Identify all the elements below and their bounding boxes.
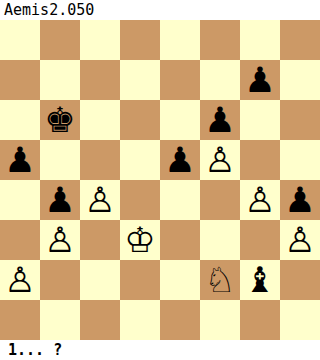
square-b5[interactable]	[40, 140, 80, 180]
square-a2[interactable]: ♙	[0, 260, 40, 300]
piece-white-pawn: ♙	[244, 180, 275, 220]
square-d5[interactable]	[120, 140, 160, 180]
chess-diagram-window: Aemis2.050 ♟♚♟♟♟♙♟♙♙♟♙♔♙♙♘♝ 1... ?	[0, 0, 320, 360]
square-f3[interactable]	[200, 220, 240, 260]
square-c6[interactable]	[80, 100, 120, 140]
square-g5[interactable]	[240, 140, 280, 180]
square-h1[interactable]	[280, 300, 320, 340]
square-h7[interactable]	[280, 60, 320, 100]
square-d1[interactable]	[120, 300, 160, 340]
square-g7[interactable]: ♟	[240, 60, 280, 100]
square-a5[interactable]: ♟	[0, 140, 40, 180]
square-d3[interactable]: ♔	[120, 220, 160, 260]
square-e8[interactable]	[160, 20, 200, 60]
square-g4[interactable]: ♙	[240, 180, 280, 220]
square-h4[interactable]: ♟	[280, 180, 320, 220]
square-d6[interactable]	[120, 100, 160, 140]
square-b4[interactable]: ♟	[40, 180, 80, 220]
piece-white-pawn: ♙	[204, 140, 235, 180]
square-e2[interactable]	[160, 260, 200, 300]
square-a8[interactable]	[0, 20, 40, 60]
square-h2[interactable]	[280, 260, 320, 300]
square-c7[interactable]	[80, 60, 120, 100]
piece-black-bishop: ♝	[244, 260, 275, 300]
title-bar: Aemis2.050	[0, 0, 320, 20]
square-h8[interactable]	[280, 20, 320, 60]
square-f2[interactable]: ♘	[200, 260, 240, 300]
square-e1[interactable]	[160, 300, 200, 340]
piece-black-king: ♚	[44, 100, 75, 140]
square-c3[interactable]	[80, 220, 120, 260]
square-h3[interactable]: ♙	[280, 220, 320, 260]
square-b6[interactable]: ♚	[40, 100, 80, 140]
square-g1[interactable]	[240, 300, 280, 340]
square-d2[interactable]	[120, 260, 160, 300]
chess-board: ♟♚♟♟♟♙♟♙♙♟♙♔♙♙♘♝	[0, 20, 320, 340]
caption-bar: 1... ?	[0, 340, 320, 360]
square-e7[interactable]	[160, 60, 200, 100]
piece-black-pawn: ♟	[244, 60, 275, 100]
square-f6[interactable]: ♟	[200, 100, 240, 140]
piece-white-king: ♔	[124, 220, 155, 260]
piece-black-pawn: ♟	[204, 100, 235, 140]
move-prompt: 1... ?	[0, 340, 62, 360]
square-a6[interactable]	[0, 100, 40, 140]
square-f8[interactable]	[200, 20, 240, 60]
square-e5[interactable]: ♟	[160, 140, 200, 180]
square-h5[interactable]	[280, 140, 320, 180]
page-title: Aemis2.050	[0, 0, 94, 20]
square-c4[interactable]: ♙	[80, 180, 120, 220]
square-c5[interactable]	[80, 140, 120, 180]
square-c1[interactable]	[80, 300, 120, 340]
square-d8[interactable]	[120, 20, 160, 60]
square-d7[interactable]	[120, 60, 160, 100]
square-b7[interactable]	[40, 60, 80, 100]
square-a4[interactable]	[0, 180, 40, 220]
square-e3[interactable]	[160, 220, 200, 260]
piece-black-pawn: ♟	[4, 140, 35, 180]
square-b8[interactable]	[40, 20, 80, 60]
square-c2[interactable]	[80, 260, 120, 300]
square-e4[interactable]	[160, 180, 200, 220]
piece-black-pawn: ♟	[284, 180, 315, 220]
square-c8[interactable]	[80, 20, 120, 60]
square-b2[interactable]	[40, 260, 80, 300]
square-f4[interactable]	[200, 180, 240, 220]
square-f5[interactable]: ♙	[200, 140, 240, 180]
square-a3[interactable]	[0, 220, 40, 260]
piece-white-pawn: ♙	[84, 180, 115, 220]
square-g6[interactable]	[240, 100, 280, 140]
square-g2[interactable]: ♝	[240, 260, 280, 300]
piece-white-pawn: ♙	[44, 220, 75, 260]
square-h6[interactable]	[280, 100, 320, 140]
square-e6[interactable]	[160, 100, 200, 140]
square-b1[interactable]	[40, 300, 80, 340]
piece-black-pawn: ♟	[44, 180, 75, 220]
square-b3[interactable]: ♙	[40, 220, 80, 260]
piece-white-pawn: ♙	[4, 260, 35, 300]
square-f7[interactable]	[200, 60, 240, 100]
square-d4[interactable]	[120, 180, 160, 220]
piece-white-knight: ♘	[204, 260, 235, 300]
piece-white-pawn: ♙	[284, 220, 315, 260]
square-g3[interactable]	[240, 220, 280, 260]
piece-black-pawn: ♟	[164, 140, 195, 180]
square-a7[interactable]	[0, 60, 40, 100]
square-f1[interactable]	[200, 300, 240, 340]
square-a1[interactable]	[0, 300, 40, 340]
square-g8[interactable]	[240, 20, 280, 60]
